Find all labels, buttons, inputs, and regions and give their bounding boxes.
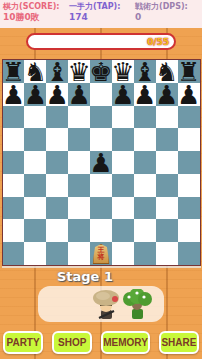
enemy-progress-bar: 0/55	[26, 33, 176, 50]
board-cell[interactable]	[156, 242, 178, 265]
dps-value: 0	[135, 12, 199, 23]
game-screen: 棋力(SCORE): 10勝0敗 一手力(TAP): 174 戦術力(DPS):…	[0, 0, 202, 359]
black-pawn: ♟	[46, 82, 69, 108]
board-cell[interactable]: ♟	[3, 83, 25, 106]
party-tray	[38, 286, 164, 322]
board-cell[interactable]	[46, 242, 68, 265]
board-cell[interactable]	[46, 197, 68, 220]
board-cell[interactable]	[68, 197, 90, 220]
board-cell[interactable]	[156, 151, 178, 174]
board-cell[interactable]	[178, 197, 200, 220]
board-cell[interactable]	[134, 151, 156, 174]
board-cell[interactable]	[24, 242, 46, 265]
board-cell[interactable]	[178, 174, 200, 197]
score-stat: 棋力(SCORE): 10勝0敗	[3, 2, 67, 26]
board-cell[interactable]	[90, 197, 112, 220]
menu-button-row: PARTY SHOP MEMORY SHARE	[0, 331, 202, 354]
dps-label: 戦術力(DPS):	[135, 2, 199, 12]
board-cell[interactable]: 王将	[90, 242, 112, 265]
board-cell[interactable]	[178, 151, 200, 174]
tap-value: 174	[69, 12, 133, 23]
shogi-king-kanji-bottom: 将	[97, 254, 104, 261]
board-cell[interactable]	[178, 242, 200, 265]
board-cell[interactable]	[156, 128, 178, 151]
board-cell[interactable]	[3, 174, 25, 197]
board-cell[interactable]	[68, 151, 90, 174]
black-pawn: ♟	[111, 82, 134, 108]
progress-count: 0/55	[147, 37, 169, 47]
score-label: 棋力(SCORE):	[3, 2, 67, 12]
black-pawn: ♟	[155, 82, 178, 108]
green-haired-character-avatar[interactable]	[123, 289, 152, 320]
board-cell[interactable]	[24, 219, 46, 242]
board-cell[interactable]	[68, 128, 90, 151]
board-cell[interactable]	[112, 151, 134, 174]
black-pawn: ♟	[24, 82, 47, 108]
board-cell[interactable]	[156, 197, 178, 220]
board-cell[interactable]	[3, 242, 25, 265]
board-cell[interactable]	[90, 219, 112, 242]
board-cell[interactable]: ♟	[24, 83, 46, 106]
board-cell[interactable]	[46, 174, 68, 197]
board-cell[interactable]: ♟	[68, 83, 90, 106]
board-cell[interactable]: ♟	[134, 83, 156, 106]
board-cell[interactable]	[68, 242, 90, 265]
board-cell[interactable]	[134, 128, 156, 151]
black-king: ♚	[89, 59, 112, 85]
board-cell[interactable]	[156, 219, 178, 242]
board-cell[interactable]	[46, 128, 68, 151]
board-cell[interactable]	[112, 197, 134, 220]
board-grid: ♜♞♝♛♚♛♝♞♜♟♟♟♟♟♟♟♟♟王将	[2, 59, 201, 266]
shop-button[interactable]: SHOP	[52, 331, 92, 354]
board-cell[interactable]	[134, 174, 156, 197]
board-cell[interactable]: ♟	[90, 151, 112, 174]
board-cell[interactable]	[3, 197, 25, 220]
board-cell[interactable]	[134, 242, 156, 265]
shogi-king-piece: 王将	[92, 244, 109, 264]
board-cell[interactable]	[156, 174, 178, 197]
board-cell[interactable]	[112, 174, 134, 197]
black-pawn: ♟	[67, 82, 90, 108]
board-cell[interactable]	[112, 242, 134, 265]
board-cell[interactable]	[178, 219, 200, 242]
status-bar: 棋力(SCORE): 10勝0敗 一手力(TAP): 174 戦術力(DPS):…	[0, 0, 202, 28]
board-cell[interactable]	[3, 128, 25, 151]
board-cell[interactable]	[46, 151, 68, 174]
board-cell[interactable]: ♟	[46, 83, 68, 106]
board-cell[interactable]	[68, 174, 90, 197]
board-cell[interactable]	[24, 174, 46, 197]
black-pawn: ♟	[89, 150, 112, 176]
board-cell[interactable]	[112, 128, 134, 151]
board-cell[interactable]	[134, 219, 156, 242]
tap-stat: 一手力(TAP): 174	[69, 2, 133, 26]
board-cell[interactable]	[24, 151, 46, 174]
board-cell[interactable]	[68, 219, 90, 242]
board-cell[interactable]	[112, 219, 134, 242]
board-cell[interactable]: ♚	[90, 60, 112, 83]
board-cell[interactable]	[134, 197, 156, 220]
board-cell[interactable]	[3, 219, 25, 242]
board-cell[interactable]: ♟	[178, 83, 200, 106]
party-button[interactable]: PARTY	[3, 331, 43, 354]
memory-button[interactable]: MEMORY	[101, 331, 150, 354]
black-pawn: ♟	[133, 82, 156, 108]
stage-label: Stage 1	[40, 269, 130, 284]
board-cell[interactable]	[3, 151, 25, 174]
dps-stat: 戦術力(DPS): 0	[135, 2, 199, 26]
board-cell[interactable]	[24, 197, 46, 220]
hat-character-avatar[interactable]	[93, 289, 120, 320]
black-pawn: ♟	[177, 82, 200, 108]
board-cell[interactable]	[90, 106, 112, 129]
tap-label: 一手力(TAP):	[69, 2, 133, 12]
board-cell[interactable]	[46, 219, 68, 242]
board-cell[interactable]	[24, 128, 46, 151]
board-cell[interactable]	[178, 128, 200, 151]
share-button[interactable]: SHARE	[159, 331, 199, 354]
board-cell[interactable]: ♟	[112, 83, 134, 106]
board-cell[interactable]: ♟	[156, 83, 178, 106]
black-pawn: ♟	[2, 82, 25, 108]
score-value: 10勝0敗	[3, 12, 67, 23]
